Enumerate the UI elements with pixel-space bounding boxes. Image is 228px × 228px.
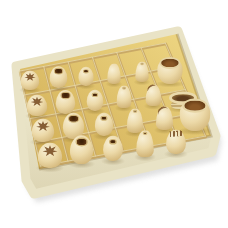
piping-tip-r1c2-large-round-tip <box>49 66 67 88</box>
piping-tip-r4c2-large-round-tip <box>70 136 93 165</box>
piping-tip-r2c2-large-round-tip <box>56 89 75 113</box>
piping-tip-r2c5-petal-tip <box>146 85 162 106</box>
piping-tip-r1c6-cup-tip <box>157 58 182 84</box>
piping-tip-r3c1-star-tip <box>32 119 54 142</box>
piping-tip-r3c4-cone-tip <box>126 108 142 132</box>
piping-tip-r4c1-star-tip <box>38 143 62 168</box>
piping-tip-r3c3-round-tip <box>95 113 113 136</box>
piping-tip-r1c1-star-tip <box>21 71 39 90</box>
piping-tip-r2c3-round-tip <box>87 90 104 111</box>
piping-tip-r4c5-serrated-tip <box>166 129 186 153</box>
piping-tip-r4c4-cone-tip <box>136 131 154 157</box>
piping-tip-r1c3-round-tip <box>78 67 93 86</box>
piping-tip-r1c4-closed-cone-tip <box>107 64 120 84</box>
tips-layer <box>0 0 228 228</box>
piping-tip-r4c3-round-tip <box>103 135 123 160</box>
piping-tip-r3c6-cup-tip <box>180 99 210 130</box>
piping-tip-r2c1-star-tip <box>26 95 46 116</box>
piping-tip-r1c5-cone-tip <box>135 62 148 82</box>
product-photo <box>0 0 228 228</box>
piping-tip-r3c5-petal-tip <box>156 106 173 129</box>
piping-tip-r2c4-cone-tip <box>117 86 132 108</box>
